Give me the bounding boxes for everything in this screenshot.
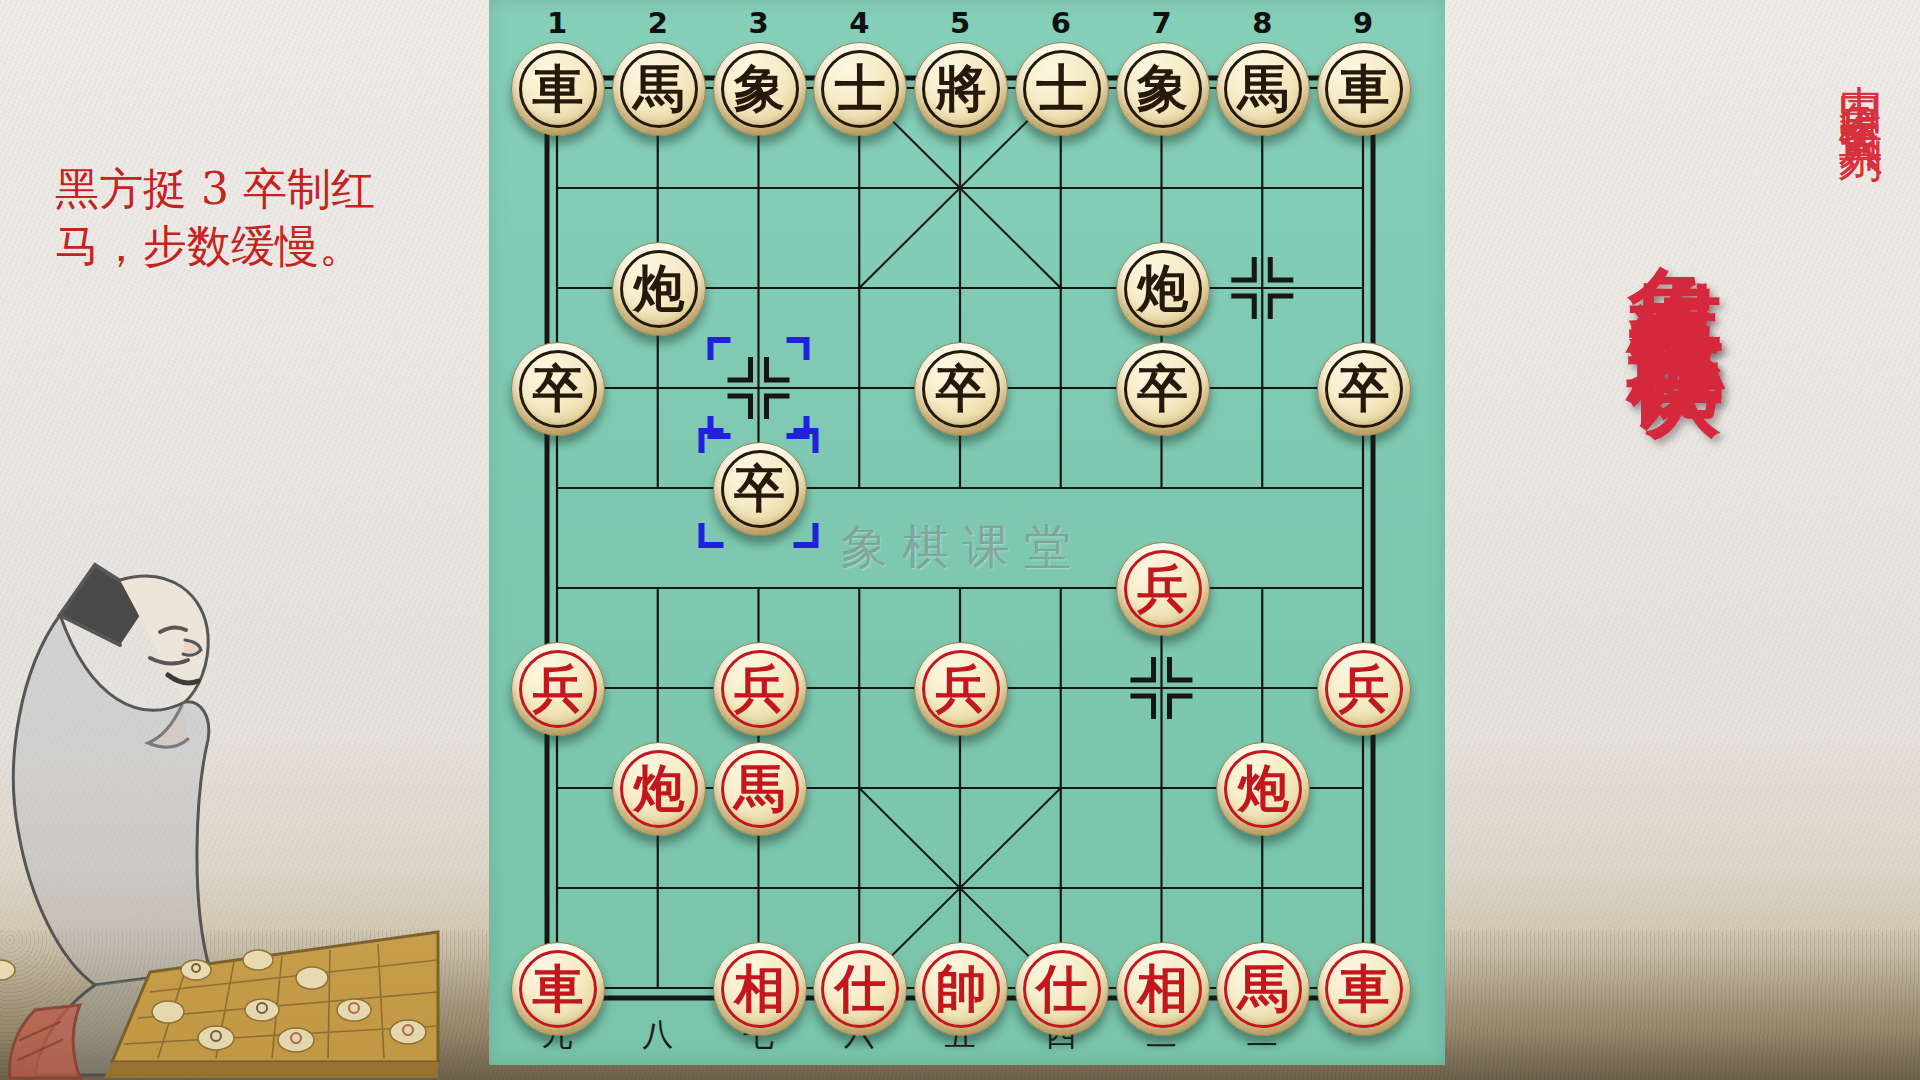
commentary-line-1: 黑方挺 3 卒制红: [55, 160, 415, 217]
piece-ring: 炮: [620, 250, 698, 328]
commentary-line-2: 马，步数缓慢。: [55, 217, 415, 274]
piece-glyph: 帥: [936, 963, 987, 1014]
page-background: { "game": "xiangqi", "position": "rnbaka…: [0, 0, 1920, 1080]
black-車-piece[interactable]: 車: [1317, 42, 1411, 136]
red-車-piece[interactable]: 車: [1317, 942, 1411, 1036]
piece-glyph: 兵: [1137, 563, 1188, 614]
piece-glyph: 馬: [1238, 63, 1289, 114]
scholar-illustration: [0, 540, 440, 1080]
piece-glyph: 兵: [1339, 663, 1390, 714]
piece-glyph: 車: [533, 963, 584, 1014]
black-卒-piece[interactable]: 卒: [713, 442, 807, 536]
red-馬-piece[interactable]: 馬: [1216, 942, 1310, 1036]
file-number-top: 1: [537, 6, 577, 40]
piece-glyph: 炮: [1238, 763, 1289, 814]
red-馬-piece[interactable]: 馬: [713, 742, 807, 836]
red-炮-piece[interactable]: 炮: [1216, 742, 1310, 836]
piece-glyph: 兵: [734, 663, 785, 714]
piece-ring: 士: [1023, 50, 1101, 128]
file-number-top: 4: [839, 6, 879, 40]
red-炮-piece[interactable]: 炮: [612, 742, 706, 836]
piece-glyph: 士: [1036, 63, 1087, 114]
piece-ring: 仕: [1023, 950, 1101, 1028]
piece-ring: 仕: [821, 950, 899, 1028]
piece-ring: 卒: [519, 350, 597, 428]
piece-ring: 相: [721, 950, 799, 1028]
black-卒-piece[interactable]: 卒: [511, 342, 605, 436]
piece-ring: 車: [1325, 50, 1403, 128]
piece-glyph: 象: [1137, 63, 1188, 114]
piece-glyph: 馬: [633, 63, 684, 114]
red-兵-piece[interactable]: 兵: [1317, 642, 1411, 736]
piece-glyph: 卒: [533, 363, 584, 414]
red-仕-piece[interactable]: 仕: [1015, 942, 1109, 1036]
piece-ring: 士: [821, 50, 899, 128]
piece-ring: 兵: [721, 650, 799, 728]
file-number-bottom: 八: [636, 1014, 680, 1056]
file-number-top: 3: [739, 6, 779, 40]
piece-ring: 馬: [1224, 50, 1302, 128]
piece-ring: 卒: [721, 450, 799, 528]
black-炮-piece[interactable]: 炮: [612, 242, 706, 336]
piece-glyph: 車: [1339, 63, 1390, 114]
piece-glyph: 卒: [936, 363, 987, 414]
black-炮-piece[interactable]: 炮: [1116, 242, 1210, 336]
piece-glyph: 兵: [533, 663, 584, 714]
black-卒-piece[interactable]: 卒: [1116, 342, 1210, 436]
red-兵-piece[interactable]: 兵: [914, 642, 1008, 736]
series-title: 中国象棋宝典系列: [1832, 50, 1891, 114]
red-車-piece[interactable]: 車: [511, 942, 605, 1036]
piece-glyph: 士: [835, 63, 886, 114]
black-車-piece[interactable]: 車: [511, 42, 605, 136]
black-馬-piece[interactable]: 馬: [1216, 42, 1310, 136]
black-卒-piece[interactable]: 卒: [1317, 342, 1411, 436]
piece-ring: 車: [1325, 950, 1403, 1028]
file-number-top: 2: [638, 6, 678, 40]
piece-ring: 象: [1124, 50, 1202, 128]
piece-ring: 相: [1124, 950, 1202, 1028]
piece-glyph: 仕: [835, 963, 886, 1014]
piece-ring: 炮: [620, 750, 698, 828]
piece-glyph: 卒: [734, 463, 785, 514]
piece-glyph: 象: [734, 63, 785, 114]
file-number-top: 5: [940, 6, 980, 40]
file-number-top: 8: [1242, 6, 1282, 40]
piece-glyph: 炮: [633, 763, 684, 814]
xiangqi-board: 象棋课堂 123456789九八七六五四三二一車馬象士將士象馬車炮炮卒卒卒卒卒兵…: [489, 0, 1445, 1065]
piece-ring: 馬: [1224, 950, 1302, 1028]
piece-ring: 炮: [1224, 750, 1302, 828]
red-相-piece[interactable]: 相: [1116, 942, 1210, 1036]
red-帥-piece[interactable]: 帥: [914, 942, 1008, 1036]
piece-ring: 兵: [1124, 550, 1202, 628]
red-兵-piece[interactable]: 兵: [1116, 542, 1210, 636]
piece-ring: 炮: [1124, 250, 1202, 328]
piece-glyph: 車: [1339, 963, 1390, 1014]
piece-ring: 兵: [1325, 650, 1403, 728]
piece-ring: 兵: [922, 650, 1000, 728]
red-相-piece[interactable]: 相: [713, 942, 807, 1036]
piece-glyph: 馬: [734, 763, 785, 814]
piece-glyph: 卒: [1137, 363, 1188, 414]
file-number-top: 9: [1343, 6, 1383, 40]
black-士-piece[interactable]: 士: [1015, 42, 1109, 136]
red-兵-piece[interactable]: 兵: [713, 642, 807, 736]
red-兵-piece[interactable]: 兵: [511, 642, 605, 736]
piece-glyph: 卒: [1339, 363, 1390, 414]
black-象-piece[interactable]: 象: [1116, 42, 1210, 136]
piece-ring: 車: [519, 50, 597, 128]
black-士-piece[interactable]: 士: [813, 42, 907, 136]
black-馬-piece[interactable]: 馬: [612, 42, 706, 136]
piece-glyph: 炮: [1137, 263, 1188, 314]
black-將-piece[interactable]: 將: [914, 42, 1008, 136]
piece-ring: 帥: [922, 950, 1000, 1028]
piece-ring: 卒: [1124, 350, 1202, 428]
book-title: 象棋速胜秘诀: [1612, 188, 1742, 284]
black-卒-piece[interactable]: 卒: [914, 342, 1008, 436]
board-watermark: 象棋课堂: [841, 516, 1085, 579]
piece-ring: 馬: [620, 50, 698, 128]
piece-ring: 將: [922, 50, 1000, 128]
piece-glyph: 仕: [1036, 963, 1087, 1014]
piece-glyph: 車: [533, 63, 584, 114]
file-number-top: 7: [1142, 6, 1182, 40]
piece-glyph: 馬: [1238, 963, 1289, 1014]
piece-ring: 卒: [922, 350, 1000, 428]
piece-glyph: 將: [936, 63, 987, 114]
black-象-piece[interactable]: 象: [713, 42, 807, 136]
red-仕-piece[interactable]: 仕: [813, 942, 907, 1036]
piece-ring: 馬: [721, 750, 799, 828]
piece-glyph: 相: [734, 963, 785, 1014]
piece-ring: 兵: [519, 650, 597, 728]
piece-glyph: 炮: [633, 263, 684, 314]
piece-ring: 卒: [1325, 350, 1403, 428]
piece-glyph: 兵: [936, 663, 987, 714]
file-number-top: 6: [1041, 6, 1081, 40]
move-commentary: 黑方挺 3 卒制红 马，步数缓慢。: [55, 160, 415, 274]
piece-ring: 象: [721, 50, 799, 128]
piece-glyph: 相: [1137, 963, 1188, 1014]
piece-ring: 車: [519, 950, 597, 1028]
